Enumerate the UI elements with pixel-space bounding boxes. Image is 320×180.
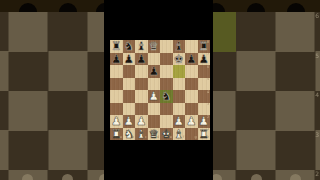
background-rank-label-6: 6 <box>313 13 319 19</box>
square-g7[interactable]: ♟ <box>185 53 198 66</box>
background-rank-label-3: 3 <box>313 132 319 138</box>
square-d8[interactable]: ♛ <box>148 40 161 53</box>
square-c7[interactable]: ♟ <box>135 53 148 66</box>
background-white-pawn-silhouette <box>62 174 73 180</box>
piece-black-pawn: ♟ <box>124 52 134 65</box>
background-black-pawn-silhouette <box>96 3 104 12</box>
square-f1[interactable]: ♝f <box>173 128 186 141</box>
background-top-strip <box>0 0 104 12</box>
square-a4[interactable] <box>110 90 123 103</box>
background-white-pawn-silhouette <box>213 174 222 180</box>
background-rank-label-5: 5 <box>313 53 319 59</box>
square-a5[interactable] <box>110 78 123 91</box>
piece-black-queen: ♛ <box>149 40 159 53</box>
rank-label-6: 6 <box>207 66 209 70</box>
piece-black-pawn: ♟ <box>111 52 121 65</box>
background-white-pawn-silhouette <box>290 174 301 180</box>
piece-black-pawn: ♟ <box>186 52 196 65</box>
blurred-background-left <box>0 0 104 180</box>
square-b1[interactable]: ♞b <box>123 128 136 141</box>
blurred-background-right: 65432 <box>213 0 320 180</box>
square-f4[interactable] <box>173 90 186 103</box>
background-highlight-square <box>213 12 236 52</box>
square-a7[interactable]: ♟ <box>110 53 123 66</box>
rank-label-4: 4 <box>207 91 209 95</box>
square-d6[interactable]: ♟ <box>148 65 161 78</box>
piece-black-pawn: ♟ <box>199 52 209 65</box>
square-f7[interactable]: ♚ <box>173 53 186 66</box>
background-black-pawn-silhouette <box>247 3 265 12</box>
square-g5[interactable] <box>185 78 198 91</box>
square-a6[interactable] <box>110 65 123 78</box>
piece-white-bishop: ♝ <box>174 127 184 140</box>
background-rank-label-4: 4 <box>313 92 319 98</box>
square-c4[interactable] <box>135 90 148 103</box>
background-rank-label-2: 2 <box>313 171 319 177</box>
square-d1[interactable]: ♛d <box>148 128 161 141</box>
rank-label-3: 3 <box>207 103 209 107</box>
piece-white-king: ♚ <box>161 127 171 140</box>
background-black-pawn-silhouette <box>287 3 305 12</box>
square-h5[interactable]: 5 <box>198 78 211 91</box>
piece-white-rook: ♜ <box>111 127 121 140</box>
square-h4[interactable]: 4 <box>198 90 211 103</box>
piece-white-pawn: ♟ <box>149 90 159 103</box>
square-e7[interactable] <box>160 53 173 66</box>
video-frame: 65432 ♜♞♝♛♝♜8♟♟♟♚♟♟7♟65♟♞43♟♟♟♟♟♟2♜a♞b♝c… <box>0 0 320 180</box>
square-d4[interactable]: ♟ <box>148 90 161 103</box>
square-f5[interactable] <box>173 78 186 91</box>
square-b7[interactable]: ♟ <box>123 53 136 66</box>
square-e3[interactable] <box>160 103 173 116</box>
square-g2[interactable]: ♟ <box>185 115 198 128</box>
square-b6[interactable] <box>123 65 136 78</box>
piece-black-knight: ♞ <box>161 90 171 103</box>
square-e1[interactable]: ♚e <box>160 128 173 141</box>
square-g4[interactable] <box>185 90 198 103</box>
piece-white-rook: ♜ <box>199 127 209 140</box>
square-e6[interactable] <box>160 65 173 78</box>
piece-white-knight: ♞ <box>124 127 134 140</box>
square-e8[interactable] <box>160 40 173 53</box>
background-top-strip <box>213 0 320 12</box>
square-a1[interactable]: ♜a <box>110 128 123 141</box>
background-white-pawn-silhouette <box>22 174 33 180</box>
background-black-pawn-silhouette <box>19 3 37 12</box>
background-black-pawn-silhouette <box>59 3 77 12</box>
piece-white-pawn: ♟ <box>186 115 196 128</box>
background-white-pawn-silhouette <box>251 174 262 180</box>
square-b4[interactable] <box>123 90 136 103</box>
piece-white-queen: ♛ <box>149 127 159 140</box>
background-checkerboard <box>0 0 104 180</box>
piece-black-king: ♚ <box>174 52 184 65</box>
chess-board: ♜♞♝♛♝♜8♟♟♟♚♟♟7♟65♟♞43♟♟♟♟♟♟2♜a♞b♝c♛d♚e♝f… <box>110 40 210 140</box>
square-c1[interactable]: ♝c <box>135 128 148 141</box>
square-e4[interactable]: ♞ <box>160 90 173 103</box>
square-d3[interactable] <box>148 103 161 116</box>
rank-label-5: 5 <box>207 78 209 82</box>
square-c6[interactable] <box>135 65 148 78</box>
square-f6[interactable] <box>173 65 186 78</box>
square-g6[interactable] <box>185 65 198 78</box>
square-h6[interactable]: 6 <box>198 65 211 78</box>
piece-black-pawn: ♟ <box>136 52 146 65</box>
square-h1[interactable]: ♜1h <box>198 128 211 141</box>
piece-black-pawn: ♟ <box>149 65 159 78</box>
square-g1[interactable]: g <box>185 128 198 141</box>
square-c5[interactable] <box>135 78 148 91</box>
background-black-king-silhouette <box>213 3 225 12</box>
square-h7[interactable]: ♟7 <box>198 53 211 66</box>
file-label-g: g <box>195 136 197 140</box>
square-b5[interactable] <box>123 78 136 91</box>
piece-white-bishop: ♝ <box>136 127 146 140</box>
